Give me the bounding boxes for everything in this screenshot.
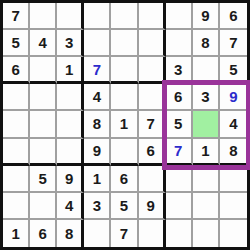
cell-r6c4[interactable]: 9 xyxy=(84,139,111,166)
cell-r9c8[interactable] xyxy=(193,220,220,247)
cell-r9c4[interactable] xyxy=(84,220,111,247)
cell-r3c4[interactable]: 7 xyxy=(84,57,111,84)
cell-r6c1[interactable] xyxy=(3,139,30,166)
cell-r3c9[interactable]: 5 xyxy=(220,57,247,84)
cell-r4c9[interactable]: 9 xyxy=(220,84,247,111)
cell-r4c1[interactable] xyxy=(3,84,30,111)
cell-r2c6[interactable] xyxy=(139,30,166,57)
cell-r7c3[interactable]: 9 xyxy=(57,166,84,193)
cell-r6c8[interactable]: 1 xyxy=(193,139,220,166)
cell-r3c7[interactable]: 3 xyxy=(166,57,193,84)
cell-r1c6[interactable] xyxy=(139,3,166,30)
cell-r2c8[interactable]: 8 xyxy=(193,30,220,57)
cell-r7c1[interactable] xyxy=(3,166,30,193)
cell-r1c2[interactable] xyxy=(30,3,57,30)
cell-r4c6[interactable] xyxy=(139,84,166,111)
sudoku-board: 796543876173546398175496718591643591687 xyxy=(0,0,250,250)
cell-r7c4[interactable]: 1 xyxy=(84,166,111,193)
cell-r5c9[interactable]: 4 xyxy=(220,111,247,138)
cell-r7c2[interactable]: 5 xyxy=(30,166,57,193)
cell-r4c2[interactable] xyxy=(30,84,57,111)
cell-r3c5[interactable] xyxy=(111,57,138,84)
cell-r2c4[interactable] xyxy=(84,30,111,57)
cell-r5c4[interactable]: 8 xyxy=(84,111,111,138)
cell-r9c3[interactable]: 8 xyxy=(57,220,84,247)
cell-r6c9[interactable]: 8 xyxy=(220,139,247,166)
cell-r1c8[interactable]: 9 xyxy=(193,3,220,30)
cell-r4c5[interactable] xyxy=(111,84,138,111)
cell-r9c6[interactable] xyxy=(139,220,166,247)
cell-r5c1[interactable] xyxy=(3,111,30,138)
cell-r5c6[interactable]: 7 xyxy=(139,111,166,138)
cell-r4c8[interactable]: 3 xyxy=(193,84,220,111)
cell-r8c6[interactable]: 9 xyxy=(139,193,166,220)
cell-r5c5[interactable]: 1 xyxy=(111,111,138,138)
cell-r3c3[interactable]: 1 xyxy=(57,57,84,84)
cell-r1c7[interactable] xyxy=(166,3,193,30)
cell-r8c2[interactable] xyxy=(30,193,57,220)
cell-r2c9[interactable]: 7 xyxy=(220,30,247,57)
cell-r7c5[interactable]: 6 xyxy=(111,166,138,193)
cell-r9c2[interactable]: 6 xyxy=(30,220,57,247)
cell-r3c2[interactable] xyxy=(30,57,57,84)
cell-r1c4[interactable] xyxy=(84,3,111,30)
cell-r1c5[interactable] xyxy=(111,3,138,30)
cell-r9c7[interactable] xyxy=(166,220,193,247)
cell-r4c4[interactable]: 4 xyxy=(84,84,111,111)
cell-r7c9[interactable] xyxy=(220,166,247,193)
cell-r6c7[interactable]: 7 xyxy=(166,139,193,166)
cell-r5c2[interactable] xyxy=(30,111,57,138)
cell-r2c2[interactable]: 4 xyxy=(30,30,57,57)
cell-r2c1[interactable]: 5 xyxy=(3,30,30,57)
cell-r7c8[interactable] xyxy=(193,166,220,193)
cell-r8c7[interactable] xyxy=(166,193,193,220)
cell-r8c8[interactable] xyxy=(193,193,220,220)
cell-r2c7[interactable] xyxy=(166,30,193,57)
cell-r8c3[interactable]: 4 xyxy=(57,193,84,220)
cell-r7c6[interactable] xyxy=(139,166,166,193)
cell-r8c5[interactable]: 5 xyxy=(111,193,138,220)
cell-r5c7[interactable]: 5 xyxy=(166,111,193,138)
cell-r1c9[interactable]: 6 xyxy=(220,3,247,30)
cell-r8c9[interactable] xyxy=(220,193,247,220)
cell-r1c1[interactable]: 7 xyxy=(3,3,30,30)
cell-r6c3[interactable] xyxy=(57,139,84,166)
cell-r9c9[interactable] xyxy=(220,220,247,247)
cell-r6c6[interactable]: 6 xyxy=(139,139,166,166)
cell-r2c5[interactable] xyxy=(111,30,138,57)
cell-r4c3[interactable] xyxy=(57,84,84,111)
cell-r2c3[interactable]: 3 xyxy=(57,30,84,57)
cell-r5c3[interactable] xyxy=(57,111,84,138)
cell-r8c4[interactable]: 3 xyxy=(84,193,111,220)
cell-r9c1[interactable]: 1 xyxy=(3,220,30,247)
cell-r4c7[interactable]: 6 xyxy=(166,84,193,111)
cell-r3c8[interactable] xyxy=(193,57,220,84)
cell-r8c1[interactable] xyxy=(3,193,30,220)
cell-r6c5[interactable] xyxy=(111,139,138,166)
cell-r9c5[interactable]: 7 xyxy=(111,220,138,247)
cell-r1c3[interactable] xyxy=(57,3,84,30)
cell-r6c2[interactable] xyxy=(30,139,57,166)
cell-r3c1[interactable]: 6 xyxy=(3,57,30,84)
cell-r3c6[interactable] xyxy=(139,57,166,84)
cell-r5c8[interactable] xyxy=(193,111,220,138)
cell-r7c7[interactable] xyxy=(166,166,193,193)
